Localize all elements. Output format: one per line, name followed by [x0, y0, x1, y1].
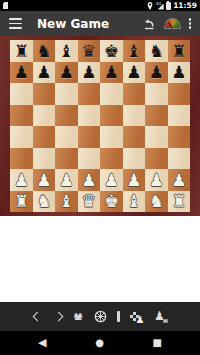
piece-black-queen: ♛ — [81, 41, 96, 61]
square-c3[interactable] — [55, 148, 78, 170]
piece-black-pawn: ♟ — [59, 62, 74, 82]
nav-back-button[interactable]: ◀ — [38, 338, 46, 348]
wheel-icon[interactable] — [94, 310, 107, 323]
square-f7[interactable]: ♟ — [123, 62, 146, 84]
piece-black-bishop: ♝ — [126, 41, 141, 61]
square-e1[interactable]: ♚ — [100, 191, 123, 213]
square-h3[interactable] — [168, 148, 191, 170]
square-b5[interactable] — [33, 105, 56, 127]
square-c8[interactable]: ♝ — [55, 40, 78, 62]
undo-move-icon[interactable] — [142, 17, 156, 30]
piece-white-pawn: ♟ — [36, 170, 51, 190]
square-d7[interactable]: ♟ — [78, 62, 101, 84]
engine-gauge-icon[interactable] — [165, 19, 180, 28]
piece-white-bishop: ♝ — [126, 191, 141, 211]
square-e3[interactable] — [100, 148, 123, 170]
square-a1[interactable]: ♜ — [10, 191, 33, 213]
autoplay-knights-icon[interactable]: ♞♞ — [72, 312, 84, 322]
square-h5[interactable] — [168, 105, 191, 127]
chess-board: ♜♞♝♛♚♝♞♜♟♟♟♟♟♟♟♟♟♟♟♟♟♟♟♟♜♞♝♛♚♝♞♜ — [10, 40, 190, 212]
square-c1[interactable]: ♝ — [55, 191, 78, 213]
piece-black-pawn: ♟ — [171, 62, 186, 82]
location-pin-icon — [147, 2, 153, 10]
square-c5[interactable] — [55, 105, 78, 127]
square-d8[interactable]: ♛ — [78, 40, 101, 62]
square-f4[interactable] — [123, 126, 146, 148]
square-f3[interactable] — [123, 148, 146, 170]
square-g8[interactable]: ♞ — [145, 40, 168, 62]
piece-black-pawn: ♟ — [36, 62, 51, 82]
piece-black-pawn: ♟ — [104, 62, 119, 82]
sd-card-icon — [3, 2, 8, 9]
game-toolbar: ♞♞ ♟ ♟ — [0, 302, 200, 331]
square-a6[interactable] — [10, 83, 33, 105]
square-g2[interactable]: ♟ — [145, 169, 168, 191]
piece-white-pawn: ♟ — [59, 170, 74, 190]
square-c4[interactable] — [55, 126, 78, 148]
square-d5[interactable] — [78, 105, 101, 127]
phone-screen: 4G 11:59 New Game ♜♞♝♛♚♝♞♜♟♟♟♟♟♟♟♟♟♟♟♟♟♟ — [0, 0, 200, 355]
piece-white-king: ♚ — [104, 191, 119, 211]
square-b6[interactable] — [33, 83, 56, 105]
square-g1[interactable]: ♞ — [145, 191, 168, 213]
piece-white-pawn: ♟ — [149, 170, 164, 190]
square-e6[interactable] — [100, 83, 123, 105]
square-f6[interactable] — [123, 83, 146, 105]
back-move-button[interactable] — [34, 313, 43, 320]
square-b3[interactable] — [33, 148, 56, 170]
cell-signal-icon: 4G — [156, 2, 164, 10]
square-h6[interactable] — [168, 83, 191, 105]
square-b4[interactable] — [33, 126, 56, 148]
piece-white-pawn: ♟ — [14, 170, 29, 190]
square-g3[interactable] — [145, 148, 168, 170]
page-title: New Game — [37, 17, 109, 31]
square-d1[interactable]: ♛ — [78, 191, 101, 213]
square-b7[interactable]: ♟ — [33, 62, 56, 84]
square-c7[interactable]: ♟ — [55, 62, 78, 84]
square-e5[interactable] — [100, 105, 123, 127]
square-g7[interactable]: ♟ — [145, 62, 168, 84]
square-e2[interactable]: ♟ — [100, 169, 123, 191]
square-g4[interactable] — [145, 126, 168, 148]
piece-black-knight: ♞ — [36, 41, 51, 61]
square-a8[interactable]: ♜ — [10, 40, 33, 62]
square-h4[interactable] — [168, 126, 191, 148]
square-g6[interactable] — [145, 83, 168, 105]
piece-white-rook: ♜ — [14, 191, 29, 211]
piece-white-knight: ♞ — [36, 191, 51, 211]
square-a4[interactable] — [10, 126, 33, 148]
square-f1[interactable]: ♝ — [123, 191, 146, 213]
square-a3[interactable] — [10, 148, 33, 170]
square-a7[interactable]: ♟ — [10, 62, 33, 84]
square-e7[interactable]: ♟ — [100, 62, 123, 84]
square-g5[interactable] — [145, 105, 168, 127]
square-c6[interactable] — [55, 83, 78, 105]
square-a5[interactable] — [10, 105, 33, 127]
piece-black-rook: ♜ — [171, 41, 186, 61]
piece-black-king: ♚ — [104, 41, 119, 61]
piece-black-pawn: ♟ — [81, 62, 96, 82]
piece-black-knight: ♞ — [149, 41, 164, 61]
piece-black-rook: ♜ — [14, 41, 29, 61]
piece-black-pawn: ♟ — [126, 62, 141, 82]
square-h7[interactable]: ♟ — [168, 62, 191, 84]
square-d3[interactable] — [78, 148, 101, 170]
square-e4[interactable] — [100, 126, 123, 148]
square-b1[interactable]: ♞ — [33, 191, 56, 213]
nav-recents-button[interactable]: ■ — [153, 338, 162, 348]
move-now-icon[interactable] — [117, 311, 120, 322]
square-h8[interactable]: ♜ — [168, 40, 191, 62]
piece-white-pawn: ♟ — [171, 170, 186, 190]
square-d4[interactable] — [78, 126, 101, 148]
square-h2[interactable]: ♟ — [168, 169, 191, 191]
square-e8[interactable]: ♚ — [100, 40, 123, 62]
signal-type-label: 4G — [156, 2, 162, 6]
forward-move-button[interactable] — [53, 313, 62, 320]
nav-home-button[interactable]: ● — [95, 338, 104, 348]
piece-black-pawn: ♟ — [149, 62, 164, 82]
square-d6[interactable] — [78, 83, 101, 105]
clock-time: 11:59 — [173, 1, 197, 10]
piece-black-bishop: ♝ — [59, 41, 74, 61]
piece-white-rook: ♜ — [171, 191, 186, 211]
status-bar: 4G 11:59 — [0, 0, 200, 11]
android-nav-bar: ◀ ● ■ — [0, 331, 200, 355]
overflow-menu-icon[interactable] — [189, 18, 191, 29]
piece-black-pawn: ♟ — [14, 62, 29, 82]
square-f2[interactable]: ♟ — [123, 169, 146, 191]
piece-white-pawn: ♟ — [104, 170, 119, 190]
square-h1[interactable]: ♜ — [168, 191, 191, 213]
app-bar: New Game — [0, 11, 200, 36]
square-c2[interactable]: ♟ — [55, 169, 78, 191]
menu-icon[interactable] — [9, 18, 22, 28]
square-b8[interactable]: ♞ — [33, 40, 56, 62]
setup-board-icon[interactable]: ♟ — [130, 311, 143, 323]
move-list-area — [0, 216, 200, 302]
square-d2[interactable]: ♟ — [78, 169, 101, 191]
piece-white-queen: ♛ — [81, 191, 96, 211]
battery-icon — [166, 2, 171, 10]
board-frame: ♜♞♝♛♚♝♞♜♟♟♟♟♟♟♟♟♟♟♟♟♟♟♟♟♜♞♝♛♚♝♞♜ — [0, 36, 200, 216]
square-b2[interactable]: ♟ — [33, 169, 56, 191]
square-f8[interactable]: ♝ — [123, 40, 146, 62]
square-a2[interactable]: ♟ — [10, 169, 33, 191]
piece-white-pawn: ♟ — [126, 170, 141, 190]
piece-style-icon[interactable]: ♟ — [153, 310, 166, 323]
piece-white-knight: ♞ — [149, 191, 164, 211]
piece-white-bishop: ♝ — [59, 191, 74, 211]
piece-white-pawn: ♟ — [81, 170, 96, 190]
square-f5[interactable] — [123, 105, 146, 127]
